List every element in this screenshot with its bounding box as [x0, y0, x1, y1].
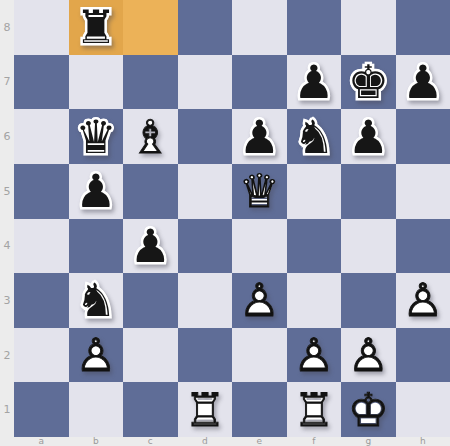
piece-outline-layer: ♖ [287, 382, 342, 437]
rank-label-8: 8 [0, 0, 14, 55]
square-c4[interactable]: ♟♟ [123, 219, 178, 274]
square-e7[interactable] [232, 55, 287, 110]
piece-outline-layer: ♙ [396, 273, 450, 328]
square-e3[interactable]: ♟♙ [232, 273, 287, 328]
square-h8[interactable] [396, 0, 450, 55]
piece-outline-layer: ♕ [232, 164, 287, 219]
square-c8[interactable] [123, 0, 178, 55]
black-rook[interactable]: ♜♜ [69, 0, 124, 55]
square-a5[interactable] [14, 164, 69, 219]
square-h5[interactable] [396, 164, 450, 219]
piece-fill-layer: ♟ [287, 55, 342, 110]
square-d1[interactable]: ♜♖ [178, 382, 233, 437]
square-h4[interactable] [396, 219, 450, 274]
square-h7[interactable]: ♟♟ [396, 55, 450, 110]
rank-label-7: 7 [0, 55, 14, 110]
square-f1[interactable]: ♜♖ [287, 382, 342, 437]
square-b1[interactable] [69, 382, 124, 437]
piece-outline-layer: ♙ [287, 328, 342, 383]
file-labels: abcdefgh [14, 436, 450, 446]
piece-fill-layer: ♚ [341, 55, 396, 110]
square-d8[interactable] [178, 0, 233, 55]
square-c7[interactable] [123, 55, 178, 110]
rank-label-6: 6 [0, 109, 14, 164]
square-f2[interactable]: ♟♙ [287, 328, 342, 383]
piece-outline-layer: ♙ [69, 328, 124, 383]
black-king[interactable]: ♚♚ [341, 55, 396, 110]
black-knight[interactable]: ♞♞ [69, 273, 124, 328]
piece-fill-layer: ♟ [341, 109, 396, 164]
square-f7[interactable]: ♟♟ [287, 55, 342, 110]
white-rook[interactable]: ♜♖ [287, 382, 342, 437]
square-e6[interactable]: ♟♟ [232, 109, 287, 164]
square-e2[interactable] [232, 328, 287, 383]
square-a8[interactable] [14, 0, 69, 55]
black-pawn[interactable]: ♟♟ [287, 55, 342, 110]
white-pawn[interactable]: ♟♙ [287, 328, 342, 383]
square-g6[interactable]: ♟♟ [341, 109, 396, 164]
square-h1[interactable] [396, 382, 450, 437]
piece-fill-layer: ♞ [69, 273, 124, 328]
square-a6[interactable] [14, 109, 69, 164]
white-pawn[interactable]: ♟♙ [341, 328, 396, 383]
square-c3[interactable] [123, 273, 178, 328]
square-g5[interactable] [341, 164, 396, 219]
square-a1[interactable] [14, 382, 69, 437]
piece-fill-layer: ♛ [69, 109, 124, 164]
square-g8[interactable] [341, 0, 396, 55]
square-f4[interactable] [287, 219, 342, 274]
piece-fill-layer: ♞ [287, 109, 342, 164]
square-e5[interactable]: ♛♕ [232, 164, 287, 219]
piece-outline-layer: ♙ [341, 328, 396, 383]
square-e1[interactable] [232, 382, 287, 437]
piece-outline-layer: ♙ [232, 273, 287, 328]
square-d7[interactable] [178, 55, 233, 110]
square-d5[interactable] [178, 164, 233, 219]
rank-label-4: 4 [0, 219, 14, 274]
square-b4[interactable] [69, 219, 124, 274]
piece-fill-layer: ♟ [123, 219, 178, 274]
square-h6[interactable] [396, 109, 450, 164]
square-g7[interactable]: ♚♚ [341, 55, 396, 110]
square-b5[interactable]: ♟♟ [69, 164, 124, 219]
white-queen[interactable]: ♛♕ [232, 164, 287, 219]
square-b8[interactable]: ♜♜ [69, 0, 124, 55]
black-queen[interactable]: ♛♛ [69, 109, 124, 164]
square-g2[interactable]: ♟♙ [341, 328, 396, 383]
square-b2[interactable]: ♟♙ [69, 328, 124, 383]
square-f5[interactable] [287, 164, 342, 219]
square-c1[interactable] [123, 382, 178, 437]
file-label-e: e [232, 436, 287, 446]
square-a3[interactable] [14, 273, 69, 328]
piece-outline-layer: ♔ [341, 382, 396, 437]
square-h3[interactable]: ♟♙ [396, 273, 450, 328]
black-pawn[interactable]: ♟♟ [123, 219, 178, 274]
square-a7[interactable] [14, 55, 69, 110]
black-pawn[interactable]: ♟♟ [232, 109, 287, 164]
square-d4[interactable] [178, 219, 233, 274]
white-pawn[interactable]: ♟♙ [396, 273, 450, 328]
square-d3[interactable] [178, 273, 233, 328]
white-bishop[interactable]: ♝♗ [123, 109, 178, 164]
white-pawn[interactable]: ♟♙ [69, 328, 124, 383]
piece-outline-layer: ♖ [178, 382, 233, 437]
rank-label-1: 1 [0, 382, 14, 437]
rank-label-3: 3 [0, 273, 14, 328]
piece-fill-layer: ♟ [232, 109, 287, 164]
file-label-a: a [14, 436, 69, 446]
rank-label-2: 2 [0, 328, 14, 383]
square-c6[interactable]: ♝♗ [123, 109, 178, 164]
square-a2[interactable] [14, 328, 69, 383]
piece-fill-layer: ♟ [69, 164, 124, 219]
file-label-d: d [178, 436, 233, 446]
chess-board: ♜♜♟♟♚♚♟♟♛♛♝♗♟♟♞♞♟♟♟♟♛♕♟♟♞♞♟♙♟♙♟♙♟♙♟♙♜♖♜♖… [14, 0, 450, 437]
square-h2[interactable] [396, 328, 450, 383]
square-g1[interactable]: ♚♔ [341, 382, 396, 437]
black-knight[interactable]: ♞♞ [287, 109, 342, 164]
file-label-h: h [396, 436, 450, 446]
square-d2[interactable] [178, 328, 233, 383]
chess-board-widget: 87654321 ♜♜♟♟♚♚♟♟♛♛♝♗♟♟♞♞♟♟♟♟♛♕♟♟♞♞♟♙♟♙♟… [0, 0, 450, 446]
rank-labels: 87654321 [0, 0, 14, 437]
square-d6[interactable] [178, 109, 233, 164]
square-f3[interactable] [287, 273, 342, 328]
square-b3[interactable]: ♞♞ [69, 273, 124, 328]
square-a4[interactable] [14, 219, 69, 274]
square-b6[interactable]: ♛♛ [69, 109, 124, 164]
piece-outline-layer: ♗ [123, 109, 178, 164]
square-c5[interactable] [123, 164, 178, 219]
black-pawn[interactable]: ♟♟ [396, 55, 450, 110]
square-e4[interactable] [232, 219, 287, 274]
white-pawn[interactable]: ♟♙ [232, 273, 287, 328]
square-g4[interactable] [341, 219, 396, 274]
rank-label-5: 5 [0, 164, 14, 219]
square-f6[interactable]: ♞♞ [287, 109, 342, 164]
square-c2[interactable] [123, 328, 178, 383]
square-g3[interactable] [341, 273, 396, 328]
file-label-g: g [341, 436, 396, 446]
square-f8[interactable] [287, 0, 342, 55]
file-label-c: c [123, 436, 178, 446]
black-pawn[interactable]: ♟♟ [341, 109, 396, 164]
white-rook[interactable]: ♜♖ [178, 382, 233, 437]
file-label-f: f [287, 436, 342, 446]
black-pawn[interactable]: ♟♟ [69, 164, 124, 219]
square-b7[interactable] [69, 55, 124, 110]
square-e8[interactable] [232, 0, 287, 55]
piece-fill-layer: ♟ [396, 55, 450, 110]
white-king[interactable]: ♚♔ [341, 382, 396, 437]
piece-fill-layer: ♜ [69, 0, 124, 55]
file-label-b: b [69, 436, 124, 446]
